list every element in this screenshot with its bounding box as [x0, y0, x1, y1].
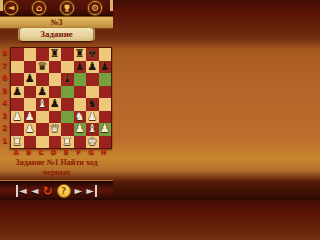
square-b1[interactable] — [24, 136, 37, 149]
square-b8[interactable] — [24, 48, 37, 61]
square-f5[interactable] — [74, 86, 87, 99]
settings-button[interactable]: ⚙ — [88, 1, 102, 15]
home-button[interactable]: ⌂ — [32, 1, 46, 15]
title-banner: Задание — [20, 28, 93, 41]
square-f7[interactable]: ♟ — [74, 61, 87, 74]
piece-white-pawn[interactable]: ♟ — [11, 111, 24, 124]
square-h2[interactable]: ♟ — [99, 123, 112, 136]
square-f4[interactable] — [74, 98, 87, 111]
task-caption-line1: Задание №1 Найти ход — [0, 158, 113, 168]
piece-black-rook[interactable]: ♜ — [74, 48, 87, 61]
rank-labels: 87654321 — [1, 47, 9, 147]
square-g1[interactable]: ♚ — [86, 136, 99, 149]
square-c1[interactable] — [36, 136, 49, 149]
skip-to-start-icon: ◄ — [19, 185, 27, 196]
square-e5[interactable] — [61, 86, 74, 99]
piece-white-pawn[interactable]: ♟ — [74, 123, 87, 136]
piece-black-pawn[interactable]: ♟ — [11, 86, 24, 99]
square-h5[interactable] — [99, 86, 112, 99]
square-d1[interactable] — [49, 136, 62, 149]
square-h7[interactable]: ♟ — [99, 61, 112, 74]
piece-white-bishop[interactable]: ♝ — [36, 98, 49, 111]
square-a2[interactable] — [11, 123, 24, 136]
square-c3[interactable] — [36, 111, 49, 124]
piece-black-knight[interactable]: ♞ — [86, 98, 99, 111]
task-caption: Задание №1 Найти ход черных — [0, 158, 113, 177]
square-a4[interactable] — [11, 98, 24, 111]
piece-black-pawn[interactable]: ♟ — [74, 61, 87, 74]
top-navigation-bar: ◄ ⌂ ⚙ — [0, 0, 113, 16]
refresh-icon: ↻ — [42, 184, 52, 198]
puzzle-number: №3 — [50, 18, 62, 27]
square-a6[interactable] — [11, 73, 24, 86]
file-label-a: A — [10, 148, 23, 156]
square-d6[interactable] — [49, 73, 62, 86]
home-icon: ⌂ — [36, 3, 42, 13]
square-c2[interactable] — [36, 123, 49, 136]
square-d8[interactable]: ♜ — [49, 48, 62, 61]
square-h1[interactable] — [99, 136, 112, 149]
square-b2[interactable]: ♟ — [24, 123, 37, 136]
square-c8[interactable] — [36, 48, 49, 61]
square-e3[interactable] — [61, 111, 74, 124]
rank-label-8: 8 — [1, 47, 9, 60]
piece-black-king[interactable]: ♚ — [86, 48, 99, 61]
square-a7[interactable] — [11, 61, 24, 74]
decor-tab-right — [110, 0, 113, 11]
task-caption-line2: черных — [0, 168, 113, 178]
square-a5[interactable]: ♟ — [11, 86, 24, 99]
rank-label-6: 6 — [1, 72, 9, 85]
square-f2[interactable]: ♟ — [74, 123, 87, 136]
square-b5[interactable] — [24, 86, 37, 99]
file-label-d: D — [48, 148, 61, 156]
decor-tab-left — [0, 0, 3, 11]
file-label-c: C — [35, 148, 48, 156]
skip-to-end-icon: ► — [86, 185, 94, 196]
rank-label-2: 2 — [1, 122, 9, 135]
back-arrow-icon: ◄ — [31, 185, 39, 196]
square-g7[interactable]: ♟ — [86, 61, 99, 74]
square-b6[interactable]: ♟ — [24, 73, 37, 86]
square-e2[interactable] — [61, 123, 74, 136]
square-c7[interactable]: ♛ — [36, 61, 49, 74]
last-move-button[interactable]: ► — [86, 185, 97, 197]
hint-button[interactable]: ? — [57, 184, 71, 198]
piece-white-rook[interactable]: ♜ — [61, 136, 74, 149]
square-g6[interactable] — [86, 73, 99, 86]
trophy-icon — [63, 4, 71, 12]
gear-icon: ⚙ — [91, 3, 99, 13]
piece-black-pawn[interactable]: ♟ — [24, 73, 37, 86]
square-e6[interactable]: ♝ — [61, 73, 74, 86]
square-e4[interactable] — [61, 98, 74, 111]
next-move-button[interactable]: ► — [75, 185, 83, 197]
piece-white-bishop[interactable]: ♝ — [86, 123, 99, 136]
piece-black-bishop[interactable]: ♝ — [61, 73, 74, 86]
restart-button[interactable]: ↻ — [42, 185, 52, 197]
square-f1[interactable] — [74, 136, 87, 149]
piece-black-pawn[interactable]: ♟ — [99, 61, 112, 74]
square-f6[interactable] — [74, 73, 87, 86]
piece-black-pawn[interactable]: ♟ — [49, 98, 62, 111]
piece-white-pawn[interactable]: ♟ — [99, 123, 112, 136]
piece-black-pawn[interactable]: ♟ — [86, 61, 99, 74]
square-c4[interactable]: ♝ — [36, 98, 49, 111]
square-d2[interactable]: ♛ — [49, 123, 62, 136]
file-label-b: B — [23, 148, 36, 156]
file-label-e: E — [60, 148, 73, 156]
piece-white-king[interactable]: ♚ — [86, 136, 99, 149]
trophy-button[interactable] — [60, 1, 74, 15]
file-label-f: F — [73, 148, 86, 156]
square-c6[interactable] — [36, 73, 49, 86]
square-g8[interactable]: ♚ — [86, 48, 99, 61]
piece-white-pawn[interactable]: ♟ — [24, 123, 37, 136]
page-title: Задание — [40, 29, 73, 39]
previous-move-button[interactable]: ◄ — [31, 185, 39, 197]
square-b4[interactable] — [24, 98, 37, 111]
square-f8[interactable]: ♜ — [74, 48, 87, 61]
chess-board[interactable]: ♜♜♚♛♟♟♟♟♝♟♟♝♟♞♟♟♞♟♟♛♟♝♟♜♜♚ — [10, 47, 112, 149]
square-g4[interactable]: ♞ — [86, 98, 99, 111]
bottom-toolbar: ◄ ◄ ↻ ? ► ► — [0, 180, 113, 200]
square-d7[interactable] — [49, 61, 62, 74]
square-h6[interactable] — [99, 73, 112, 86]
question-icon: ? — [61, 186, 66, 196]
forward-arrow-icon: ► — [75, 185, 83, 196]
piece-white-rook[interactable]: ♜ — [11, 136, 24, 149]
piece-black-queen[interactable]: ♛ — [36, 61, 49, 74]
piece-black-rook[interactable]: ♜ — [49, 48, 62, 61]
rank-label-5: 5 — [1, 85, 9, 98]
piece-white-queen[interactable]: ♛ — [49, 123, 62, 136]
rank-label-3: 3 — [1, 110, 9, 123]
back-button[interactable]: ◄ — [4, 1, 18, 15]
square-a8[interactable] — [11, 48, 24, 61]
square-h4[interactable] — [99, 98, 112, 111]
square-g2[interactable]: ♝ — [86, 123, 99, 136]
file-label-h: H — [98, 148, 111, 156]
square-e8[interactable] — [61, 48, 74, 61]
square-h8[interactable] — [99, 48, 112, 61]
file-labels: ABCDEFGH — [10, 148, 110, 156]
rank-label-1: 1 — [1, 135, 9, 148]
square-a3[interactable]: ♟ — [11, 111, 24, 124]
square-e1[interactable]: ♜ — [61, 136, 74, 149]
first-move-button[interactable]: ◄ — [16, 185, 27, 197]
back-icon: ◄ — [8, 3, 14, 12]
square-a1[interactable]: ♜ — [11, 136, 24, 149]
file-label-g: G — [85, 148, 98, 156]
rank-label-4: 4 — [1, 97, 9, 110]
rank-label-7: 7 — [1, 60, 9, 73]
square-d4[interactable]: ♟ — [49, 98, 62, 111]
